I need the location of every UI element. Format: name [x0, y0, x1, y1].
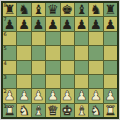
square-d5[interactable] — [46, 46, 59, 59]
rank-label-4: 4 — [4, 61, 7, 66]
square-g2[interactable]: ♟ — [89, 89, 102, 102]
rank-label-6: 6 — [4, 32, 7, 37]
black-pawn[interactable]: ♟ — [47, 17, 59, 30]
black-rook[interactable]: ♜ — [104, 3, 116, 16]
square-d7[interactable]: ♟ — [46, 17, 59, 30]
board-frame: 8♜♞♝♛♚♝♞♜7♟♟♟♟♟♟♟♟65432♟♟♟♟♟♟♟♟1♜♞♝♛♚♝♞♜ — [0, 0, 120, 120]
square-b3[interactable] — [17, 75, 30, 88]
square-g7[interactable]: ♟ — [89, 17, 102, 30]
white-rook[interactable]: ♜ — [104, 104, 116, 117]
square-c3[interactable] — [32, 75, 45, 88]
square-a6[interactable]: 6 — [3, 32, 16, 45]
black-knight[interactable]: ♞ — [90, 3, 102, 16]
square-g5[interactable] — [89, 46, 102, 59]
square-a5[interactable]: 5 — [3, 46, 16, 59]
black-pawn[interactable]: ♟ — [61, 17, 73, 30]
square-d6[interactable] — [46, 32, 59, 45]
square-b8[interactable]: ♞ — [17, 3, 30, 16]
white-pawn[interactable]: ♟ — [104, 89, 116, 102]
black-pawn[interactable]: ♟ — [104, 17, 116, 30]
black-bishop[interactable]: ♝ — [33, 3, 45, 16]
square-g8[interactable]: ♞ — [89, 3, 102, 16]
square-c1[interactable]: ♝ — [32, 104, 45, 117]
white-knight[interactable]: ♞ — [90, 104, 102, 117]
black-queen[interactable]: ♛ — [47, 3, 59, 16]
square-c8[interactable]: ♝ — [32, 3, 45, 16]
white-pawn[interactable]: ♟ — [76, 89, 88, 102]
square-h6[interactable] — [104, 32, 117, 45]
square-b1[interactable]: ♞ — [17, 104, 30, 117]
rank-label-1: 1 — [4, 104, 7, 109]
square-e2[interactable]: ♟ — [61, 89, 74, 102]
square-b2[interactable]: ♟ — [17, 89, 30, 102]
square-g3[interactable] — [89, 75, 102, 88]
square-b7[interactable]: ♟ — [17, 17, 30, 30]
rank-label-8: 8 — [4, 3, 7, 8]
square-f1[interactable]: ♝ — [75, 104, 88, 117]
square-a3[interactable]: 3 — [3, 75, 16, 88]
white-pawn[interactable]: ♟ — [61, 89, 73, 102]
black-knight[interactable]: ♞ — [18, 3, 30, 16]
square-f4[interactable] — [75, 61, 88, 74]
white-knight[interactable]: ♞ — [18, 104, 30, 117]
rank-label-3: 3 — [4, 75, 7, 80]
square-a7[interactable]: 7♟ — [3, 17, 16, 30]
black-bishop[interactable]: ♝ — [76, 3, 88, 16]
square-c4[interactable] — [32, 61, 45, 74]
square-c2[interactable]: ♟ — [32, 89, 45, 102]
white-pawn[interactable]: ♟ — [90, 89, 102, 102]
square-f8[interactable]: ♝ — [75, 3, 88, 16]
square-c7[interactable]: ♟ — [32, 17, 45, 30]
black-pawn[interactable]: ♟ — [90, 17, 102, 30]
square-a1[interactable]: 1♜ — [3, 104, 16, 117]
square-e4[interactable] — [61, 61, 74, 74]
square-d3[interactable] — [46, 75, 59, 88]
white-bishop[interactable]: ♝ — [33, 104, 45, 117]
square-d4[interactable] — [46, 61, 59, 74]
square-h5[interactable] — [104, 46, 117, 59]
white-pawn[interactable]: ♟ — [47, 89, 59, 102]
square-f7[interactable]: ♟ — [75, 17, 88, 30]
square-b4[interactable] — [17, 61, 30, 74]
white-pawn[interactable]: ♟ — [18, 89, 30, 102]
square-a2[interactable]: 2♟ — [3, 89, 16, 102]
square-f6[interactable] — [75, 32, 88, 45]
square-h7[interactable]: ♟ — [104, 17, 117, 30]
square-h1[interactable]: ♜ — [104, 104, 117, 117]
square-e1[interactable]: ♚ — [61, 104, 74, 117]
square-e7[interactable]: ♟ — [61, 17, 74, 30]
black-pawn[interactable]: ♟ — [18, 17, 30, 30]
white-queen[interactable]: ♛ — [47, 104, 59, 117]
white-pawn[interactable]: ♟ — [33, 89, 45, 102]
square-f3[interactable] — [75, 75, 88, 88]
square-f2[interactable]: ♟ — [75, 89, 88, 102]
square-a4[interactable]: 4 — [3, 61, 16, 74]
square-h4[interactable] — [104, 61, 117, 74]
square-h8[interactable]: ♜ — [104, 3, 117, 16]
square-g4[interactable] — [89, 61, 102, 74]
square-h3[interactable] — [104, 75, 117, 88]
white-king[interactable]: ♚ — [61, 104, 73, 117]
square-e8[interactable]: ♚ — [61, 3, 74, 16]
black-pawn[interactable]: ♟ — [33, 17, 45, 30]
square-g6[interactable] — [89, 32, 102, 45]
square-b6[interactable] — [17, 32, 30, 45]
square-c6[interactable] — [32, 32, 45, 45]
square-g1[interactable]: ♞ — [89, 104, 102, 117]
square-d8[interactable]: ♛ — [46, 3, 59, 16]
square-b5[interactable] — [17, 46, 30, 59]
square-e5[interactable] — [61, 46, 74, 59]
square-a8[interactable]: 8♜ — [3, 3, 16, 16]
rank-label-2: 2 — [4, 89, 7, 94]
square-e3[interactable] — [61, 75, 74, 88]
square-c5[interactable] — [32, 46, 45, 59]
square-e6[interactable] — [61, 32, 74, 45]
rank-label-5: 5 — [4, 46, 7, 51]
square-h2[interactable]: ♟ — [104, 89, 117, 102]
square-f5[interactable] — [75, 46, 88, 59]
rank-label-7: 7 — [4, 17, 7, 22]
black-king[interactable]: ♚ — [61, 3, 73, 16]
square-d2[interactable]: ♟ — [46, 89, 59, 102]
square-d1[interactable]: ♛ — [46, 104, 59, 117]
white-bishop[interactable]: ♝ — [76, 104, 88, 117]
black-pawn[interactable]: ♟ — [76, 17, 88, 30]
chess-board: 8♜♞♝♛♚♝♞♜7♟♟♟♟♟♟♟♟65432♟♟♟♟♟♟♟♟1♜♞♝♛♚♝♞♜ — [3, 3, 117, 117]
